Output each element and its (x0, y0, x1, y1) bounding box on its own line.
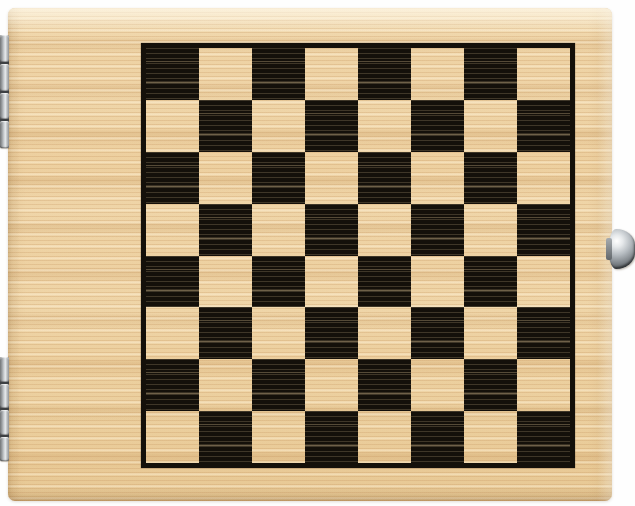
board-square (252, 100, 305, 152)
hinge-knuckle (0, 384, 9, 409)
product-photo (0, 0, 635, 506)
board-square (252, 307, 305, 359)
board-square (146, 256, 199, 308)
board-square (358, 100, 411, 152)
board-square (411, 256, 464, 308)
board-square (146, 100, 199, 152)
board-square (252, 152, 305, 204)
board-square (252, 411, 305, 463)
hinge-knuckle (0, 437, 9, 462)
board-square (464, 256, 517, 308)
board-square (146, 359, 199, 411)
board-square (199, 256, 252, 308)
board-square (411, 48, 464, 100)
clasp-knob (609, 229, 635, 269)
board-square (358, 411, 411, 463)
board-square (199, 411, 252, 463)
board-square (358, 256, 411, 308)
board-square (305, 152, 358, 204)
board-square (146, 152, 199, 204)
board-square (252, 204, 305, 256)
board-square (199, 307, 252, 359)
board-square (199, 48, 252, 100)
hinge-knuckle (0, 410, 9, 435)
board-square (305, 359, 358, 411)
board-square (305, 48, 358, 100)
board-square (358, 307, 411, 359)
board-square (358, 152, 411, 204)
board-square (305, 307, 358, 359)
board-square (411, 359, 464, 411)
board-square (252, 359, 305, 411)
board-square (464, 100, 517, 152)
board-square (358, 48, 411, 100)
board-square (358, 359, 411, 411)
board-square (464, 48, 517, 100)
board-square (464, 411, 517, 463)
board-square (517, 100, 570, 152)
left-hinge-top (0, 35, 9, 148)
board-square (199, 359, 252, 411)
board-square (411, 411, 464, 463)
hinge-knuckle (0, 93, 9, 120)
board-square (199, 204, 252, 256)
hinge-knuckle (0, 64, 9, 91)
board-square (146, 48, 199, 100)
board-square (358, 204, 411, 256)
board-square (146, 307, 199, 359)
board-square (146, 204, 199, 256)
hinge-knuckle (0, 357, 9, 382)
board-square (252, 48, 305, 100)
board-square (305, 256, 358, 308)
board-square (464, 152, 517, 204)
hinge-knuckle (0, 35, 9, 62)
board-square (464, 307, 517, 359)
board-square (517, 256, 570, 308)
board-square (517, 411, 570, 463)
chess-board (141, 43, 575, 468)
board-square (517, 307, 570, 359)
board-square (252, 256, 305, 308)
board-square (305, 411, 358, 463)
board-square (517, 152, 570, 204)
board-square (411, 204, 464, 256)
board-square (411, 307, 464, 359)
board-square (199, 152, 252, 204)
left-hinge-bottom (0, 357, 9, 461)
board-square (305, 100, 358, 152)
board-square (517, 204, 570, 256)
board-square (411, 152, 464, 204)
bamboo-chess-box (8, 8, 612, 501)
board-square (464, 359, 517, 411)
board-square (517, 359, 570, 411)
hinge-knuckle (0, 121, 9, 148)
board-square (464, 204, 517, 256)
board-square (146, 411, 199, 463)
board-square (517, 48, 570, 100)
board-square (411, 100, 464, 152)
board-square (305, 204, 358, 256)
board-square (199, 100, 252, 152)
